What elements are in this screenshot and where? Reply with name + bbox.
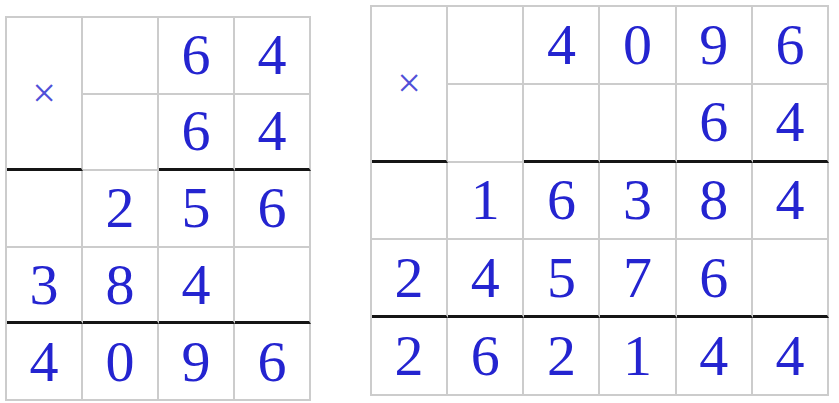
left-multiplication-grid: ×64642563844096 [5,16,311,401]
cell-r4c3: 4 [159,248,235,325]
cell-r4c5: 6 [677,240,753,318]
cell-r5c4: 6 [235,324,311,401]
cell-r4c6 [753,240,829,318]
times-sign: × [372,7,448,163]
cell-r2c6: 4 [753,85,829,163]
cell-r3c3: 5 [159,171,235,248]
cell-r4c1: 2 [372,240,448,318]
cell-r3c2: 2 [83,171,159,248]
cell-r1c1 [83,18,159,95]
right-multiplication-grid: ×4096641638424576262144 [370,5,829,396]
cell-r1c5: 9 [677,7,753,85]
cell-r5c3: 9 [159,324,235,401]
cell-r5c4: 1 [600,318,676,396]
cell-r1c1 [448,7,524,85]
cell-r3c3: 6 [524,163,600,241]
cell-r5c1: 2 [372,318,448,396]
cell-r2c1 [83,95,159,172]
cell-r5c5: 4 [677,318,753,396]
cell-r3c2: 1 [448,163,524,241]
cell-r3c5: 8 [677,163,753,241]
cell-r3c1 [7,171,83,248]
cell-r2c3: 6 [159,95,235,172]
cell-r4c1: 3 [7,248,83,325]
cell-r4c4: 7 [600,240,676,318]
cell-r3c4: 6 [235,171,311,248]
cell-r2c3 [524,85,600,163]
cell-r1c4: 0 [600,7,676,85]
cell-r5c3: 2 [524,318,600,396]
cell-r2c4 [600,85,676,163]
cell-r2c5: 6 [677,85,753,163]
cell-r2c4: 4 [235,95,311,172]
cell-r4c2: 4 [448,240,524,318]
cell-r3c1 [372,163,448,241]
cell-r3c4: 3 [600,163,676,241]
cell-r2c1 [448,85,524,163]
cell-r1c4: 4 [235,18,311,95]
cell-r4c2: 8 [83,248,159,325]
cell-r1c3: 4 [524,7,600,85]
cell-r4c3: 5 [524,240,600,318]
cell-r5c1: 4 [7,324,83,401]
multiplication-worksheet: ×64642563844096 ×4096641638424576262144 [0,0,839,403]
cell-r5c2: 6 [448,318,524,396]
cell-r1c3: 6 [159,18,235,95]
times-sign: × [7,18,83,171]
cell-r1c6: 6 [753,7,829,85]
cell-r4c4 [235,248,311,325]
cell-r5c2: 0 [83,324,159,401]
cell-r5c6: 4 [753,318,829,396]
cell-r3c6: 4 [753,163,829,241]
